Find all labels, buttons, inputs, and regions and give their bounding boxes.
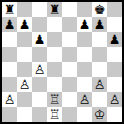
square-d1[interactable]: ♖ — [47, 107, 62, 122]
square-e1[interactable] — [62, 107, 77, 122]
square-g6[interactable] — [92, 32, 107, 47]
black-pawn-piece: ♟ — [34, 32, 46, 47]
square-h5[interactable] — [107, 47, 122, 62]
square-e3[interactable] — [62, 77, 77, 92]
square-b8[interactable] — [17, 2, 32, 17]
square-a1[interactable] — [2, 107, 17, 122]
square-e6[interactable] — [62, 32, 77, 47]
square-f5[interactable] — [77, 47, 92, 62]
square-a6[interactable] — [2, 32, 17, 47]
square-f8[interactable] — [77, 2, 92, 17]
square-b3[interactable]: ♙ — [17, 77, 32, 92]
square-f6[interactable] — [77, 32, 92, 47]
square-f4[interactable] — [77, 62, 92, 77]
square-f7[interactable]: ♟ — [77, 17, 92, 32]
square-b7[interactable]: ♟ — [17, 17, 32, 32]
square-h2[interactable]: ♙ — [107, 92, 122, 107]
square-b5[interactable] — [17, 47, 32, 62]
white-pawn-piece: ♙ — [94, 77, 106, 92]
square-c8[interactable] — [32, 2, 47, 17]
square-h8[interactable] — [107, 2, 122, 17]
black-pawn-piece: ♟ — [19, 17, 31, 32]
square-c7[interactable] — [32, 17, 47, 32]
white-pawn-piece: ♙ — [34, 62, 46, 77]
square-a8[interactable]: ♜ — [2, 2, 17, 17]
square-h7[interactable] — [107, 17, 122, 32]
white-pawn-piece: ♙ — [109, 92, 121, 107]
black-rook-piece: ♜ — [49, 2, 61, 17]
square-b4[interactable] — [17, 62, 32, 77]
square-g1[interactable]: ♔ — [92, 107, 107, 122]
square-h1[interactable] — [107, 107, 122, 122]
square-d6[interactable] — [47, 32, 62, 47]
square-d5[interactable] — [47, 47, 62, 62]
square-e8[interactable] — [62, 2, 77, 17]
square-d4[interactable] — [47, 62, 62, 77]
black-king-piece: ♚ — [94, 2, 106, 17]
square-a5[interactable] — [2, 47, 17, 62]
white-king-piece: ♔ — [94, 107, 106, 122]
square-g5[interactable] — [92, 47, 107, 62]
black-pawn-piece: ♟ — [109, 32, 121, 47]
square-c5[interactable] — [32, 47, 47, 62]
white-rook-piece: ♖ — [49, 107, 61, 122]
square-d2[interactable]: ♖ — [47, 92, 62, 107]
square-a3[interactable] — [2, 77, 17, 92]
square-g7[interactable]: ♟ — [92, 17, 107, 32]
square-f1[interactable] — [77, 107, 92, 122]
square-h3[interactable] — [107, 77, 122, 92]
square-c3[interactable] — [32, 77, 47, 92]
square-h4[interactable] — [107, 62, 122, 77]
square-e4[interactable] — [62, 62, 77, 77]
black-pawn-piece: ♟ — [4, 17, 16, 32]
white-pawn-piece: ♙ — [79, 92, 91, 107]
square-e2[interactable] — [62, 92, 77, 107]
square-c1[interactable] — [32, 107, 47, 122]
square-b2[interactable] — [17, 92, 32, 107]
square-c2[interactable] — [32, 92, 47, 107]
white-rook-piece: ♖ — [49, 92, 61, 107]
black-pawn-piece: ♟ — [79, 17, 91, 32]
square-g8[interactable]: ♚ — [92, 2, 107, 17]
chess-board: ♜♜♚♟♟♟♟♟♟♙♙♙♙♖♙♙♖♔ — [0, 0, 124, 124]
chess-diagram: ♜♜♚♟♟♟♟♟♟♙♙♙♙♖♙♙♖♔ — [0, 0, 124, 124]
black-rook-piece: ♜ — [4, 2, 16, 17]
square-c6[interactable]: ♟ — [32, 32, 47, 47]
square-f2[interactable]: ♙ — [77, 92, 92, 107]
square-c4[interactable]: ♙ — [32, 62, 47, 77]
square-d3[interactable] — [47, 77, 62, 92]
square-a2[interactable]: ♙ — [2, 92, 17, 107]
square-d8[interactable]: ♜ — [47, 2, 62, 17]
square-g3[interactable]: ♙ — [92, 77, 107, 92]
black-pawn-piece: ♟ — [94, 17, 106, 32]
square-e5[interactable] — [62, 47, 77, 62]
square-a4[interactable] — [2, 62, 17, 77]
square-f3[interactable] — [77, 77, 92, 92]
square-d7[interactable] — [47, 17, 62, 32]
square-b6[interactable] — [17, 32, 32, 47]
square-a7[interactable]: ♟ — [2, 17, 17, 32]
square-g4[interactable] — [92, 62, 107, 77]
square-b1[interactable] — [17, 107, 32, 122]
square-g2[interactable] — [92, 92, 107, 107]
white-pawn-piece: ♙ — [4, 92, 16, 107]
square-e7[interactable] — [62, 17, 77, 32]
square-h6[interactable]: ♟ — [107, 32, 122, 47]
white-pawn-piece: ♙ — [19, 77, 31, 92]
